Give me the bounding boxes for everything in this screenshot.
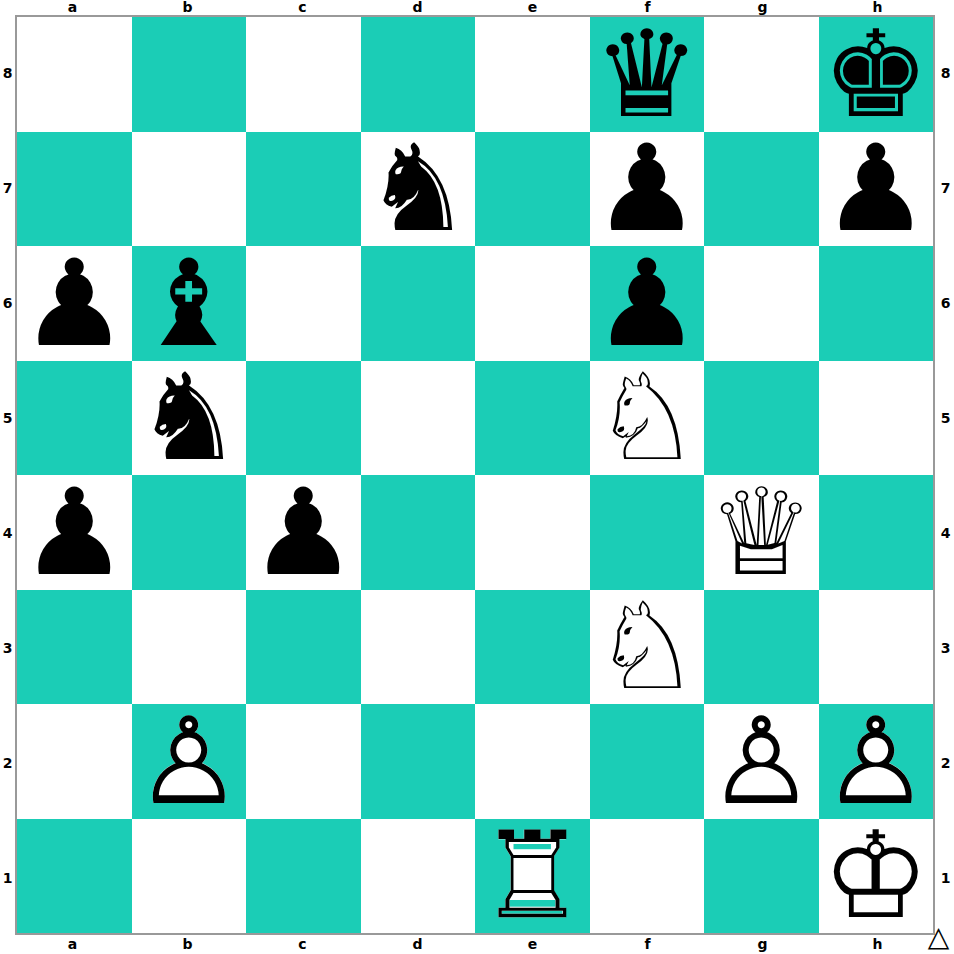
square-f2[interactable] bbox=[590, 704, 705, 819]
square-g2[interactable]: ♟♙ bbox=[704, 704, 819, 819]
white-king-h1[interactable]: ♚♔ bbox=[819, 819, 934, 934]
rank-label-8-left: 8 bbox=[0, 15, 15, 130]
black-queen-f8[interactable]: ♛ bbox=[590, 17, 705, 132]
square-c6[interactable] bbox=[246, 246, 361, 361]
square-b5[interactable]: ♞ bbox=[132, 361, 247, 476]
black-king-h8[interactable]: ♚ bbox=[819, 17, 934, 132]
square-e3[interactable] bbox=[475, 590, 590, 705]
square-e1[interactable]: ♜♖ bbox=[475, 819, 590, 934]
rank-label-7-right: 7 bbox=[938, 130, 953, 245]
square-c7[interactable] bbox=[246, 132, 361, 247]
square-a3[interactable] bbox=[17, 590, 132, 705]
black-pawn-glyph: ♟ bbox=[590, 246, 705, 361]
square-g3[interactable] bbox=[704, 590, 819, 705]
rank-label-2-left: 2 bbox=[0, 705, 15, 820]
file-label-h-bottom: h bbox=[820, 937, 935, 952]
white-king-fill-glyph: ♚ bbox=[819, 819, 934, 934]
black-pawn-glyph: ♟ bbox=[819, 132, 934, 247]
square-c8[interactable] bbox=[246, 17, 361, 132]
square-d5[interactable] bbox=[361, 361, 476, 476]
white-pawn-b2[interactable]: ♟♙ bbox=[132, 704, 247, 819]
square-b3[interactable] bbox=[132, 590, 247, 705]
file-label-d-bottom: d bbox=[360, 937, 475, 952]
white-pawn-outline-glyph: ♙ bbox=[819, 704, 934, 819]
file-label-h-top: h bbox=[820, 0, 935, 15]
rank-label-1-left: 1 bbox=[0, 820, 15, 935]
board: ♛♚♞♟♟♟♝♟♞♞♘♟♟♛♕♞♘♟♙♟♙♟♙♜♖♚♔ bbox=[15, 15, 935, 935]
black-knight-d7[interactable]: ♞ bbox=[361, 132, 476, 247]
black-pawn-a6[interactable]: ♟ bbox=[17, 246, 132, 361]
square-e2[interactable] bbox=[475, 704, 590, 819]
square-c3[interactable] bbox=[246, 590, 361, 705]
black-pawn-glyph: ♟ bbox=[17, 475, 132, 590]
square-d2[interactable] bbox=[361, 704, 476, 819]
file-label-g-top: g bbox=[705, 0, 820, 15]
square-b7[interactable] bbox=[132, 132, 247, 247]
square-e4[interactable] bbox=[475, 475, 590, 590]
white-pawn-fill-glyph: ♟ bbox=[819, 704, 934, 819]
black-pawn-f7[interactable]: ♟ bbox=[590, 132, 705, 247]
square-a4[interactable]: ♟ bbox=[17, 475, 132, 590]
square-g4[interactable]: ♛♕ bbox=[704, 475, 819, 590]
rank-label-7-left: 7 bbox=[0, 130, 15, 245]
square-h7[interactable]: ♟ bbox=[819, 132, 934, 247]
black-pawn-glyph: ♟ bbox=[17, 246, 132, 361]
square-f1[interactable] bbox=[590, 819, 705, 934]
square-d7[interactable]: ♞ bbox=[361, 132, 476, 247]
square-d6[interactable] bbox=[361, 246, 476, 361]
white-king-outline-glyph: ♔ bbox=[819, 819, 934, 934]
black-pawn-glyph: ♟ bbox=[246, 475, 361, 590]
square-a6[interactable]: ♟ bbox=[17, 246, 132, 361]
white-knight-outline-glyph: ♘ bbox=[590, 361, 705, 476]
square-a7[interactable] bbox=[17, 132, 132, 247]
rank-label-3-left: 3 bbox=[0, 590, 15, 705]
file-label-e-bottom: e bbox=[475, 937, 590, 952]
square-g1[interactable] bbox=[704, 819, 819, 934]
black-pawn-h7[interactable]: ♟ bbox=[819, 132, 934, 247]
black-pawn-a4[interactable]: ♟ bbox=[17, 475, 132, 590]
file-label-g-bottom: g bbox=[705, 937, 820, 952]
square-f5[interactable]: ♞♘ bbox=[590, 361, 705, 476]
white-rook-fill-glyph: ♜ bbox=[475, 819, 590, 934]
rank-label-4-right: 4 bbox=[938, 475, 953, 590]
square-f7[interactable]: ♟ bbox=[590, 132, 705, 247]
white-rook-e1[interactable]: ♜♖ bbox=[475, 819, 590, 934]
square-h3[interactable] bbox=[819, 590, 934, 705]
black-pawn-c4[interactable]: ♟ bbox=[246, 475, 361, 590]
white-knight-f5[interactable]: ♞♘ bbox=[590, 361, 705, 476]
white-pawn-fill-glyph: ♟ bbox=[704, 704, 819, 819]
square-a1[interactable] bbox=[17, 819, 132, 934]
file-label-c-top: c bbox=[245, 0, 360, 15]
square-g7[interactable] bbox=[704, 132, 819, 247]
file-label-f-top: f bbox=[590, 0, 705, 15]
white-pawn-outline-glyph: ♙ bbox=[704, 704, 819, 819]
square-a8[interactable] bbox=[17, 17, 132, 132]
white-knight-fill-glyph: ♞ bbox=[590, 361, 705, 476]
square-d3[interactable] bbox=[361, 590, 476, 705]
white-knight-f3[interactable]: ♞♘ bbox=[590, 590, 705, 705]
file-label-e-top: e bbox=[475, 0, 590, 15]
rank-label-5-right: 5 bbox=[938, 360, 953, 475]
square-d1[interactable] bbox=[361, 819, 476, 934]
rank-label-6-right: 6 bbox=[938, 245, 953, 360]
white-queen-fill-glyph: ♛ bbox=[704, 475, 819, 590]
black-pawn-glyph: ♟ bbox=[590, 132, 705, 247]
square-e5[interactable] bbox=[475, 361, 590, 476]
rank-label-5-left: 5 bbox=[0, 360, 15, 475]
rank-label-3-right: 3 bbox=[938, 590, 953, 705]
white-rook-outline-glyph: ♖ bbox=[475, 819, 590, 934]
square-b1[interactable] bbox=[132, 819, 247, 934]
black-bishop-b6[interactable]: ♝ bbox=[132, 246, 247, 361]
black-pawn-f6[interactable]: ♟ bbox=[590, 246, 705, 361]
white-pawn-h2[interactable]: ♟♙ bbox=[819, 704, 934, 819]
white-pawn-fill-glyph: ♟ bbox=[132, 704, 247, 819]
white-knight-outline-glyph: ♘ bbox=[590, 590, 705, 705]
square-g5[interactable] bbox=[704, 361, 819, 476]
square-b8[interactable] bbox=[132, 17, 247, 132]
white-pawn-g2[interactable]: ♟♙ bbox=[704, 704, 819, 819]
square-c4[interactable]: ♟ bbox=[246, 475, 361, 590]
black-knight-b5[interactable]: ♞ bbox=[132, 361, 247, 476]
square-c1[interactable] bbox=[246, 819, 361, 934]
square-c5[interactable] bbox=[246, 361, 361, 476]
file-label-b-bottom: b bbox=[130, 937, 245, 952]
file-label-d-top: d bbox=[360, 0, 475, 15]
square-d8[interactable] bbox=[361, 17, 476, 132]
square-g8[interactable] bbox=[704, 17, 819, 132]
white-to-move-indicator: △ bbox=[923, 921, 954, 952]
square-f3[interactable]: ♞♘ bbox=[590, 590, 705, 705]
rank-label-2-right: 2 bbox=[938, 705, 953, 820]
file-label-f-bottom: f bbox=[590, 937, 705, 952]
black-knight-glyph: ♞ bbox=[361, 132, 476, 247]
file-label-b-top: b bbox=[130, 0, 245, 15]
file-label-a-top: a bbox=[15, 0, 130, 15]
square-e6[interactable] bbox=[475, 246, 590, 361]
square-b4[interactable] bbox=[132, 475, 247, 590]
square-e7[interactable] bbox=[475, 132, 590, 247]
chess-diagram: ♛♚♞♟♟♟♝♟♞♞♘♟♟♛♕♞♘♟♙♟♙♟♙♜♖♚♔ abcdefgh abc… bbox=[0, 0, 954, 954]
rank-label-1-right: 1 bbox=[938, 820, 953, 935]
square-f6[interactable]: ♟ bbox=[590, 246, 705, 361]
rank-label-4-left: 4 bbox=[0, 475, 15, 590]
square-e8[interactable] bbox=[475, 17, 590, 132]
black-king-glyph: ♚ bbox=[819, 17, 934, 132]
square-b2[interactable]: ♟♙ bbox=[132, 704, 247, 819]
square-h4[interactable] bbox=[819, 475, 934, 590]
white-knight-fill-glyph: ♞ bbox=[590, 590, 705, 705]
square-h8[interactable]: ♚ bbox=[819, 17, 934, 132]
black-bishop-glyph: ♝ bbox=[132, 246, 247, 361]
square-c2[interactable] bbox=[246, 704, 361, 819]
black-queen-glyph: ♛ bbox=[590, 17, 705, 132]
square-h5[interactable] bbox=[819, 361, 934, 476]
white-pawn-outline-glyph: ♙ bbox=[132, 704, 247, 819]
square-a5[interactable] bbox=[17, 361, 132, 476]
square-d4[interactable] bbox=[361, 475, 476, 590]
square-b6[interactable]: ♝ bbox=[132, 246, 247, 361]
file-label-c-bottom: c bbox=[245, 937, 360, 952]
square-a2[interactable] bbox=[17, 704, 132, 819]
white-queen-g4[interactable]: ♛♕ bbox=[704, 475, 819, 590]
file-label-a-bottom: a bbox=[15, 937, 130, 952]
square-f4[interactable] bbox=[590, 475, 705, 590]
square-g6[interactable] bbox=[704, 246, 819, 361]
square-h1[interactable]: ♚♔ bbox=[819, 819, 934, 934]
white-queen-outline-glyph: ♕ bbox=[704, 475, 819, 590]
square-h2[interactable]: ♟♙ bbox=[819, 704, 934, 819]
square-h6[interactable] bbox=[819, 246, 934, 361]
rank-label-8-right: 8 bbox=[938, 15, 953, 130]
black-knight-glyph: ♞ bbox=[132, 361, 247, 476]
square-f8[interactable]: ♛ bbox=[590, 17, 705, 132]
rank-label-6-left: 6 bbox=[0, 245, 15, 360]
